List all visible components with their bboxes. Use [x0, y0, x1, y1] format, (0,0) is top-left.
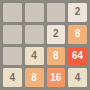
- empty-cell-r1c2: [25, 3, 44, 22]
- tile-8-r3c3: 8: [47, 47, 66, 66]
- tile-4-r3c2: 4: [25, 47, 44, 66]
- empty-cell-r1c3: [47, 3, 66, 22]
- empty-cell-r1c1: [3, 3, 22, 22]
- tile-4-r4c1: 4: [3, 68, 22, 87]
- board-2048: 228486448164: [0, 0, 90, 90]
- tile-16-r4c3: 16: [47, 68, 66, 87]
- empty-cell-r2c2: [25, 25, 44, 44]
- tile-64-r3c4: 64: [68, 47, 87, 66]
- tile-4-r4c4: 4: [68, 68, 87, 87]
- tile-8-r4c2: 8: [25, 68, 44, 87]
- tile-8-r2c4: 8: [68, 25, 87, 44]
- empty-cell-r3c1: [3, 47, 22, 66]
- tile-2-r2c3: 2: [47, 25, 66, 44]
- tile-2-r1c4: 2: [68, 3, 87, 22]
- empty-cell-r2c1: [3, 25, 22, 44]
